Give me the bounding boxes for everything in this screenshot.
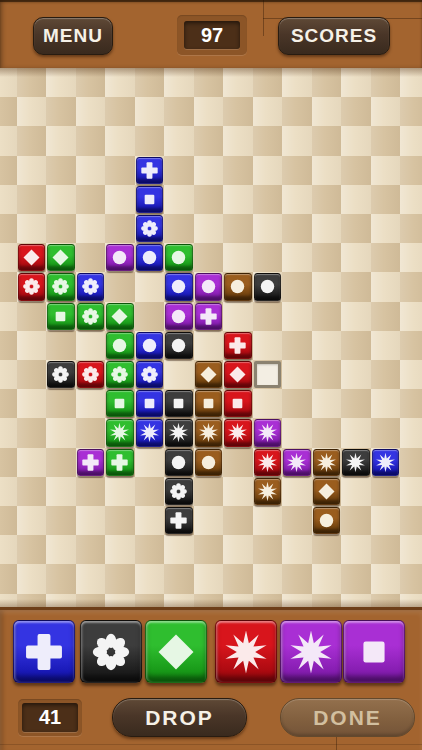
tray-tile-purple-starburst[interactable] [280, 620, 342, 683]
starburst-icon [375, 452, 396, 473]
board-tile-brown-circle [195, 449, 223, 476]
square-icon [50, 306, 71, 327]
board-cell [371, 360, 401, 389]
board-cell [312, 302, 342, 331]
board-cell [164, 68, 194, 97]
snowflake-icon [139, 218, 160, 239]
board-tile-blue-snowflake [136, 215, 164, 242]
snowflake-icon [88, 629, 134, 675]
board-cell [341, 535, 371, 564]
board-cell [17, 448, 47, 477]
board-cell [282, 68, 312, 97]
board-cell [194, 477, 224, 506]
board-tile-purple-plus [195, 303, 223, 330]
menu-button[interactable]: MENU [33, 17, 113, 55]
board-cell [76, 97, 106, 126]
board-tile-green-snowflake [106, 361, 134, 388]
board-cell [282, 360, 312, 389]
board-cell [282, 506, 312, 535]
plus-icon [198, 306, 219, 327]
board-cell [371, 156, 401, 185]
board-cell [223, 214, 253, 243]
board-cell [135, 302, 165, 331]
board-tile-blue-snowflake [77, 273, 105, 300]
board-cell [76, 477, 106, 506]
board-cell [253, 331, 283, 360]
board-cell [253, 535, 283, 564]
board-cell [105, 97, 135, 126]
board-cell [76, 564, 106, 593]
board-cell [105, 272, 135, 301]
board-cell [0, 68, 17, 97]
board-cell [371, 331, 401, 360]
square-icon [139, 189, 160, 210]
board-tile-green-starburst [106, 419, 134, 446]
board-cell [312, 126, 342, 155]
board-cell [282, 126, 312, 155]
board-cell [46, 97, 76, 126]
board-cell [46, 418, 76, 447]
board-cell [341, 126, 371, 155]
board-cell [341, 302, 371, 331]
board-cell [371, 126, 401, 155]
board-cell [17, 477, 47, 506]
board-cell [17, 97, 47, 126]
board-cell [253, 594, 283, 607]
board-cell [17, 68, 47, 97]
board-cell [76, 389, 106, 418]
starburst-icon [198, 422, 219, 443]
board-cell [17, 126, 47, 155]
board-cell [194, 68, 224, 97]
board-cell [400, 477, 422, 506]
board-cell [341, 272, 371, 301]
board-tile-blue-starburst [136, 419, 164, 446]
board-cell [194, 126, 224, 155]
board-cell [371, 97, 401, 126]
board-cell [0, 126, 17, 155]
board-cell [0, 360, 17, 389]
board-cell [400, 331, 422, 360]
board-cell [105, 68, 135, 97]
board-cell [253, 214, 283, 243]
board-cell [46, 535, 76, 564]
board-cell [194, 243, 224, 272]
board-cell [17, 506, 47, 535]
board-cell [76, 156, 106, 185]
board-cell [253, 97, 283, 126]
board-cell [76, 418, 106, 447]
square-icon [227, 393, 248, 414]
board-cell [282, 214, 312, 243]
board-cell [0, 506, 17, 535]
board-cell [253, 389, 283, 418]
board-cell [164, 564, 194, 593]
board-cell [400, 214, 422, 243]
board-cell [135, 68, 165, 97]
plus-icon [80, 452, 101, 473]
board-cell [282, 535, 312, 564]
board-cell [253, 506, 283, 535]
score-value: 97 [184, 21, 240, 49]
board-cell [341, 477, 371, 506]
board-cell [164, 156, 194, 185]
board-cell [105, 535, 135, 564]
square-icon [168, 393, 189, 414]
board-cell [223, 126, 253, 155]
board-tile-brown-circle [224, 273, 252, 300]
done-button[interactable]: DONE [280, 698, 415, 737]
board-cell [312, 156, 342, 185]
board-cell [341, 156, 371, 185]
board-cell [223, 594, 253, 607]
board-cell [253, 185, 283, 214]
board-cell [0, 214, 17, 243]
board-cell [371, 68, 401, 97]
board-cell [46, 389, 76, 418]
tiles-remaining-value: 41 [22, 703, 78, 732]
board-tile-black-starburst [165, 419, 193, 446]
board-cell [164, 360, 194, 389]
square-icon [139, 393, 160, 414]
board-cell [17, 214, 47, 243]
board-cell [0, 185, 17, 214]
circle-icon [168, 247, 189, 268]
board-cell [105, 185, 135, 214]
board-tile-blue-circle [136, 244, 164, 271]
board-cell [341, 360, 371, 389]
plus-icon [168, 510, 189, 531]
board-cell [164, 594, 194, 607]
board-cell [312, 535, 342, 564]
board-tile-brown-circle [313, 507, 341, 534]
starburst-icon [168, 422, 189, 443]
board-cell [253, 564, 283, 593]
circle-icon [168, 276, 189, 297]
board-cell [76, 68, 106, 97]
starburst-icon [227, 422, 248, 443]
board-cell [135, 506, 165, 535]
board-tile-purple-starburst [254, 419, 282, 446]
board-tile-black-snowflake [47, 361, 75, 388]
screen-top-edge [0, 0, 422, 2]
starburst-icon [109, 422, 130, 443]
board-tile-red-square [224, 390, 252, 417]
circle-icon [168, 452, 189, 473]
board-cell [194, 97, 224, 126]
starburst-icon [286, 452, 307, 473]
board-tile-blue-square [136, 186, 164, 213]
board-cell [135, 126, 165, 155]
board-cell [400, 360, 422, 389]
circle-icon [257, 276, 278, 297]
board-cell [46, 477, 76, 506]
starburst-icon [288, 629, 334, 675]
board-cell [282, 302, 312, 331]
diamond-icon [316, 481, 337, 502]
board-cell [17, 185, 47, 214]
board-cell [312, 389, 342, 418]
board-cell [400, 594, 422, 607]
board-cell [341, 331, 371, 360]
board-tile-brown-starburst [254, 478, 282, 505]
board-cell [0, 564, 17, 593]
board-cell [341, 243, 371, 272]
board-cell [282, 272, 312, 301]
board-tile-red-starburst [254, 449, 282, 476]
board-cell [105, 126, 135, 155]
board-cell [223, 302, 253, 331]
circle-icon [109, 335, 130, 356]
board-cell [46, 331, 76, 360]
board-cell [312, 68, 342, 97]
diamond-icon [198, 364, 219, 385]
board-tile-blue-snowflake [136, 361, 164, 388]
board-cell [46, 506, 76, 535]
board-tile-green-square [106, 390, 134, 417]
board-cell [105, 506, 135, 535]
board-cell [282, 185, 312, 214]
board-cell [312, 360, 342, 389]
board-tile-green-plus [106, 449, 134, 476]
square-icon [351, 629, 397, 675]
plus-icon [139, 160, 160, 181]
game-board[interactable] [0, 68, 422, 607]
board-tile-black-circle [165, 449, 193, 476]
drop-button[interactable]: DROP [112, 698, 247, 737]
board-cell [17, 389, 47, 418]
drop-target-cell[interactable] [254, 361, 282, 388]
board-tile-green-snowflake [47, 273, 75, 300]
diamond-icon [109, 306, 130, 327]
board-tile-blue-circle [165, 273, 193, 300]
starburst-icon [316, 452, 337, 473]
square-icon [109, 393, 130, 414]
board-cell [400, 156, 422, 185]
diamond-icon [153, 629, 199, 675]
board-cell [194, 185, 224, 214]
board-cell [17, 418, 47, 447]
board-cell [46, 185, 76, 214]
board-cell [0, 448, 17, 477]
board-cell [400, 68, 422, 97]
circle-icon [168, 335, 189, 356]
board-cell [223, 506, 253, 535]
board-tile-black-plus [165, 507, 193, 534]
board-cell [17, 331, 47, 360]
circle-icon [168, 306, 189, 327]
plus-icon [21, 629, 67, 675]
board-cell [0, 302, 17, 331]
board-cell [164, 97, 194, 126]
snowflake-icon [139, 364, 160, 385]
board-cell [223, 68, 253, 97]
board-cell [76, 506, 106, 535]
board-tile-red-diamond [224, 361, 252, 388]
board-cell [46, 68, 76, 97]
board-cell [0, 535, 17, 564]
board-tile-brown-diamond [195, 361, 223, 388]
snowflake-icon [80, 276, 101, 297]
tiles-remaining-display: 41 [18, 699, 82, 736]
board-tile-blue-starburst [372, 449, 400, 476]
board-tile-red-starburst [224, 419, 252, 446]
board-cell [17, 360, 47, 389]
board-tile-green-diamond [47, 244, 75, 271]
board-tile-red-diamond [18, 244, 46, 271]
snowflake-icon [21, 276, 42, 297]
board-cell [371, 185, 401, 214]
tray-tile-purple-square[interactable] [343, 620, 405, 683]
starburst-icon [257, 422, 278, 443]
board-cell [46, 126, 76, 155]
board-tile-red-plus [224, 332, 252, 359]
board-cell [46, 156, 76, 185]
board-cell [282, 477, 312, 506]
board-cell [0, 156, 17, 185]
scores-button[interactable]: SCORES [278, 17, 390, 55]
board-cell [46, 564, 76, 593]
board-cell [371, 535, 401, 564]
board-cell [0, 331, 17, 360]
board-cell [371, 214, 401, 243]
board-cell [135, 594, 165, 607]
board-cell [341, 97, 371, 126]
board-cell [312, 214, 342, 243]
board-cell [164, 185, 194, 214]
board-tile-green-square [47, 303, 75, 330]
board-tile-blue-square [136, 390, 164, 417]
board-cell [341, 185, 371, 214]
board-cell [312, 418, 342, 447]
board-cell [371, 272, 401, 301]
board-tile-green-diamond [106, 303, 134, 330]
snowflake-icon [50, 276, 71, 297]
board-cell [282, 389, 312, 418]
board-tile-green-circle [165, 244, 193, 271]
board-cell [164, 535, 194, 564]
board-tile-black-square [165, 390, 193, 417]
tray-tile-black-snowflake[interactable] [80, 620, 142, 683]
bottom-bar: 41 DROP DONE [0, 607, 422, 750]
board-cell [253, 68, 283, 97]
board-cell [223, 243, 253, 272]
board-tile-green-circle [106, 332, 134, 359]
board-cell [341, 214, 371, 243]
board-cell [371, 477, 401, 506]
board-tile-brown-starburst [195, 419, 223, 446]
board-cell [282, 418, 312, 447]
board-cell [341, 506, 371, 535]
board-cell [400, 389, 422, 418]
board-cell [0, 389, 17, 418]
tray-tile-red-starburst[interactable] [215, 620, 277, 683]
board-cell [312, 594, 342, 607]
board-cell [341, 418, 371, 447]
board-cell [400, 97, 422, 126]
board-cell [17, 564, 47, 593]
board-cell [223, 535, 253, 564]
board-cell [282, 97, 312, 126]
wood-seam [0, 744, 422, 745]
tray-tile-green-diamond[interactable] [145, 620, 207, 683]
starburst-icon [139, 422, 160, 443]
diamond-icon [227, 364, 248, 385]
board-cell [400, 564, 422, 593]
board-cell [253, 156, 283, 185]
board-cell [76, 535, 106, 564]
board-cell [282, 564, 312, 593]
board-cell [164, 214, 194, 243]
board-cell [312, 185, 342, 214]
board-cell [194, 564, 224, 593]
board-cell [253, 243, 283, 272]
board-tile-brown-starburst [313, 449, 341, 476]
board-cell [253, 126, 283, 155]
board-tile-red-snowflake [77, 361, 105, 388]
board-tile-black-starburst [342, 449, 370, 476]
board-cell [400, 302, 422, 331]
board-tile-purple-circle [106, 244, 134, 271]
board-cell [223, 448, 253, 477]
board-cell [0, 477, 17, 506]
board-cell [0, 594, 17, 607]
board-cell [135, 477, 165, 506]
game-screen: MENU 97 SCORES 41 DROP DONE [0, 0, 422, 750]
starburst-icon [257, 481, 278, 502]
board-cell [135, 97, 165, 126]
circle-icon [198, 276, 219, 297]
board-cell [312, 564, 342, 593]
board-tile-purple-starburst [283, 449, 311, 476]
circle-icon [139, 335, 160, 356]
board-cell [46, 594, 76, 607]
board-cell [76, 331, 106, 360]
board-tile-purple-circle [195, 273, 223, 300]
board-tile-blue-circle [136, 332, 164, 359]
board-cell [400, 243, 422, 272]
board-cell [76, 594, 106, 607]
board-cell [223, 185, 253, 214]
board-cell [223, 564, 253, 593]
board-cell [282, 156, 312, 185]
snowflake-icon [50, 364, 71, 385]
snowflake-icon [80, 364, 101, 385]
board-cell [105, 214, 135, 243]
board-cell [135, 448, 165, 477]
board-cell [194, 506, 224, 535]
board-cell [400, 448, 422, 477]
board-cell [105, 564, 135, 593]
board-cell [164, 126, 194, 155]
circle-icon [227, 276, 248, 297]
circle-icon [198, 452, 219, 473]
board-cell [135, 564, 165, 593]
board-cell [400, 185, 422, 214]
board-cell [371, 243, 401, 272]
square-icon [198, 393, 219, 414]
board-cell [105, 594, 135, 607]
board-cell [17, 594, 47, 607]
board-cell [194, 331, 224, 360]
board-cell [135, 272, 165, 301]
score-display: 97 [177, 15, 247, 55]
board-cell [282, 331, 312, 360]
board-cell [194, 594, 224, 607]
board-cell [371, 302, 401, 331]
board-cell [371, 418, 401, 447]
tray-tile-blue-plus[interactable] [13, 620, 75, 683]
